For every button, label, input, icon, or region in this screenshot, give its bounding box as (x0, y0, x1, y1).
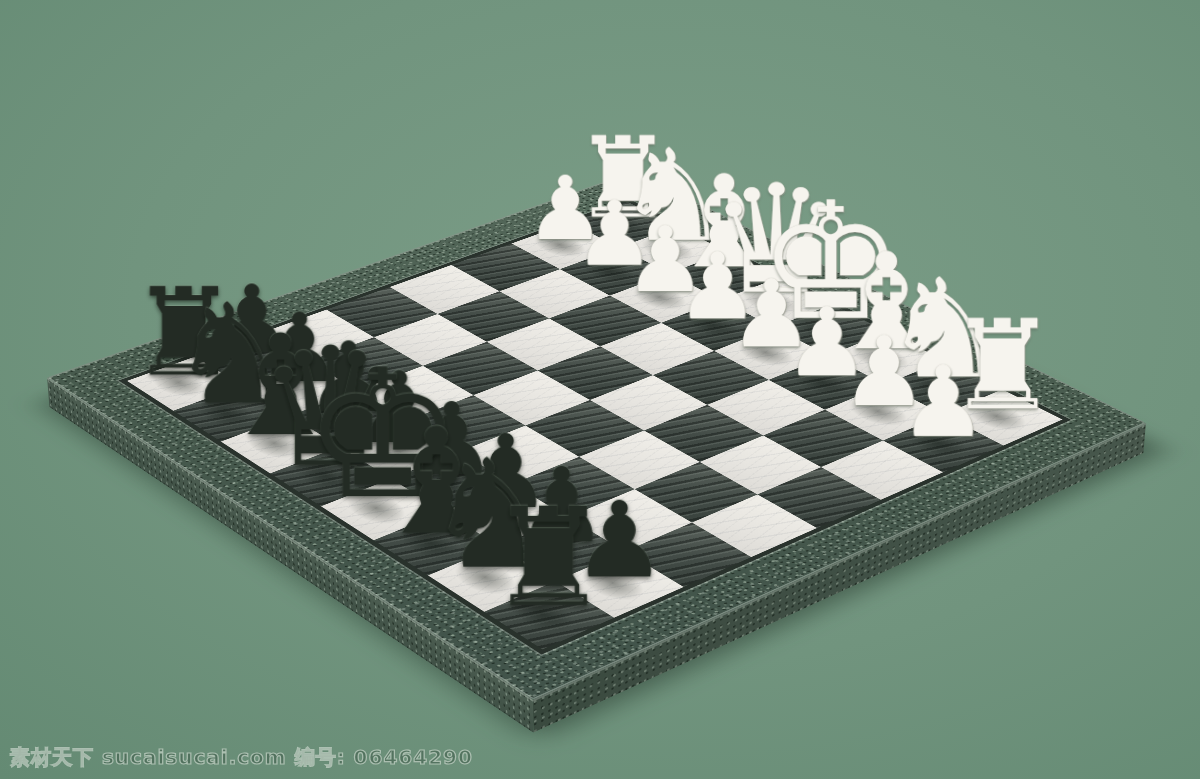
square-g4[interactable] (700, 435, 821, 494)
white-pawn[interactable]: ♟ (867, 352, 1020, 450)
black-rook[interactable]: ♜ (466, 489, 633, 625)
square-f4[interactable] (644, 404, 763, 461)
watermark: 素材天下 sucaisucai.com 编号: 06464290 (10, 744, 473, 771)
square-g3[interactable] (763, 409, 883, 466)
square-h5[interactable] (692, 494, 817, 557)
scene: ♜♞♝♛♚♝♞♜♟♟♟♟♟♟♟♟♟♟♟♟♟♟♟♟♜♞♝♛♚♝♞♜ (0, 0, 1200, 779)
square-h3[interactable] (821, 440, 943, 499)
board-3d: ♜♞♝♛♚♝♞♜♟♟♟♟♟♟♟♟♟♟♟♟♟♟♟♟♜♞♝♛♚♝♞♜ (47, 171, 1146, 699)
square-h4[interactable] (757, 467, 880, 528)
